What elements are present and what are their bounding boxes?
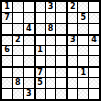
cell-r2c9[interactable] [89,13,99,23]
cell-r4c1[interactable] [2,35,12,45]
cell-r4c8[interactable] [78,35,88,45]
cell-r8c5[interactable] [46,78,56,88]
cell-r7c5[interactable] [46,67,56,77]
cell-r7c4[interactable]: 7 [35,67,45,77]
cell-r6c9[interactable] [89,56,99,66]
cell-r3c8[interactable] [78,24,88,34]
cell-r6c1[interactable] [2,56,12,66]
cell-r8c8[interactable] [78,78,88,88]
cell-r2c5[interactable] [46,13,56,23]
cell-r1c4[interactable] [35,2,45,12]
cell-r6c6[interactable] [56,56,66,66]
cell-r8c3[interactable] [24,78,34,88]
cell-r8c7[interactable] [67,78,77,88]
cell-r8c2[interactable]: 8 [13,78,23,88]
cell-r1c6[interactable] [56,2,66,12]
cell-r8c4[interactable]: 5 [35,78,45,88]
cell-r1c2[interactable] [13,2,23,12]
cell-r4c4[interactable] [35,35,45,45]
cell-r1c1[interactable]: 1 [2,2,12,12]
cell-r7c2[interactable] [13,67,23,77]
cell-r9c2[interactable] [13,89,23,99]
cell-r4c7[interactable]: 3 [67,35,77,45]
cell-r6c2[interactable] [13,56,23,66]
cell-r3c1[interactable] [2,24,12,34]
cell-r2c4[interactable] [35,13,45,23]
cell-r9c3[interactable]: 3 [24,89,34,99]
cell-r8c1[interactable] [2,78,12,88]
cell-r6c5[interactable] [46,56,56,66]
cell-r3c5[interactable]: 8 [46,24,56,34]
cell-r1c9[interactable] [89,2,99,12]
cell-r5c9[interactable] [89,46,99,56]
cell-r6c8[interactable] [78,56,88,66]
cell-r7c8[interactable]: 1 [78,67,88,77]
cell-r1c5[interactable]: 3 [46,2,56,12]
cell-r6c3[interactable] [24,56,34,66]
cell-r9c6[interactable] [56,89,66,99]
cell-r9c4[interactable] [35,89,45,99]
cell-r5c8[interactable] [78,46,88,56]
cell-r1c7[interactable]: 2 [67,2,77,12]
cell-r3c4[interactable] [35,24,45,34]
cell-r9c7[interactable] [67,89,77,99]
cell-r9c1[interactable] [2,89,12,99]
cell-r2c2[interactable] [13,13,23,23]
cell-r5c1[interactable]: 6 [2,46,12,56]
cell-r1c3[interactable] [24,2,34,12]
cell-r7c1[interactable] [2,67,12,77]
cell-r3c2[interactable] [13,24,23,34]
cell-r2c8[interactable]: 5 [78,13,88,23]
cell-r5c5[interactable] [46,46,56,56]
sudoku-board: 13275482346171853 [0,0,101,101]
cell-r7c9[interactable] [89,67,99,77]
cell-r4c5[interactable] [46,35,56,45]
cell-r6c7[interactable] [67,56,77,66]
cell-r4c3[interactable] [24,35,34,45]
cell-r1c8[interactable] [78,2,88,12]
cell-r2c1[interactable]: 7 [2,13,12,23]
cell-r5c7[interactable] [67,46,77,56]
cell-r9c5[interactable] [46,89,56,99]
cell-r9c9[interactable] [89,89,99,99]
cell-r7c6[interactable] [56,67,66,77]
cell-r3c6[interactable] [56,24,66,34]
cell-r2c3[interactable] [24,13,34,23]
cell-r4c2[interactable]: 2 [13,35,23,45]
cell-r4c6[interactable] [56,35,66,45]
cell-r8c9[interactable] [89,78,99,88]
cell-r7c7[interactable] [67,67,77,77]
cell-r2c7[interactable] [67,13,77,23]
cell-r5c6[interactable] [56,46,66,56]
cell-r5c2[interactable] [13,46,23,56]
cell-r5c3[interactable] [24,46,34,56]
cell-r6c4[interactable] [35,56,45,66]
cell-r4c9[interactable]: 4 [89,35,99,45]
cell-r3c3[interactable]: 4 [24,24,34,34]
cell-r5c4[interactable]: 1 [35,46,45,56]
cell-r9c8[interactable] [78,89,88,99]
cell-r7c3[interactable] [24,67,34,77]
cell-r3c7[interactable] [67,24,77,34]
cell-r2c6[interactable] [56,13,66,23]
cell-r3c9[interactable] [89,24,99,34]
cell-r8c6[interactable] [56,78,66,88]
